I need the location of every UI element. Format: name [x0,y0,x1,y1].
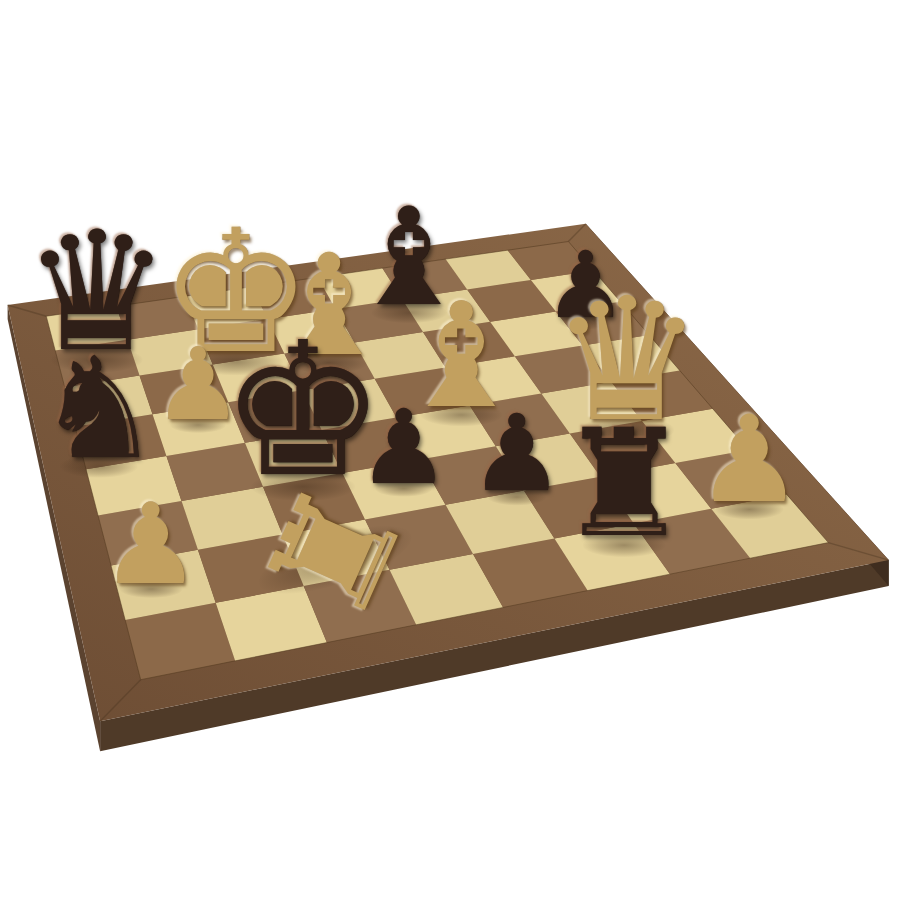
piece-black-knight[interactable]: ♞ [36,339,162,479]
chess-set-product-photo: ♝♟♛♚♝♝♟♛♞♚♟♟♟♜♜♟ Product photograph of a… [0,0,900,900]
pieces-layer: ♝♟♛♚♝♝♟♛♞♚♟♟♟♜♜♟ [0,0,900,900]
piece-black-rook[interactable]: ♜ [558,410,691,558]
piece-black-pawn[interactable]: ♟ [357,396,449,499]
piece-white-pawn[interactable]: ♟ [101,488,201,600]
piece-black-pawn[interactable]: ♟ [469,401,564,507]
piece-white-pawn[interactable]: ♟ [696,401,804,521]
